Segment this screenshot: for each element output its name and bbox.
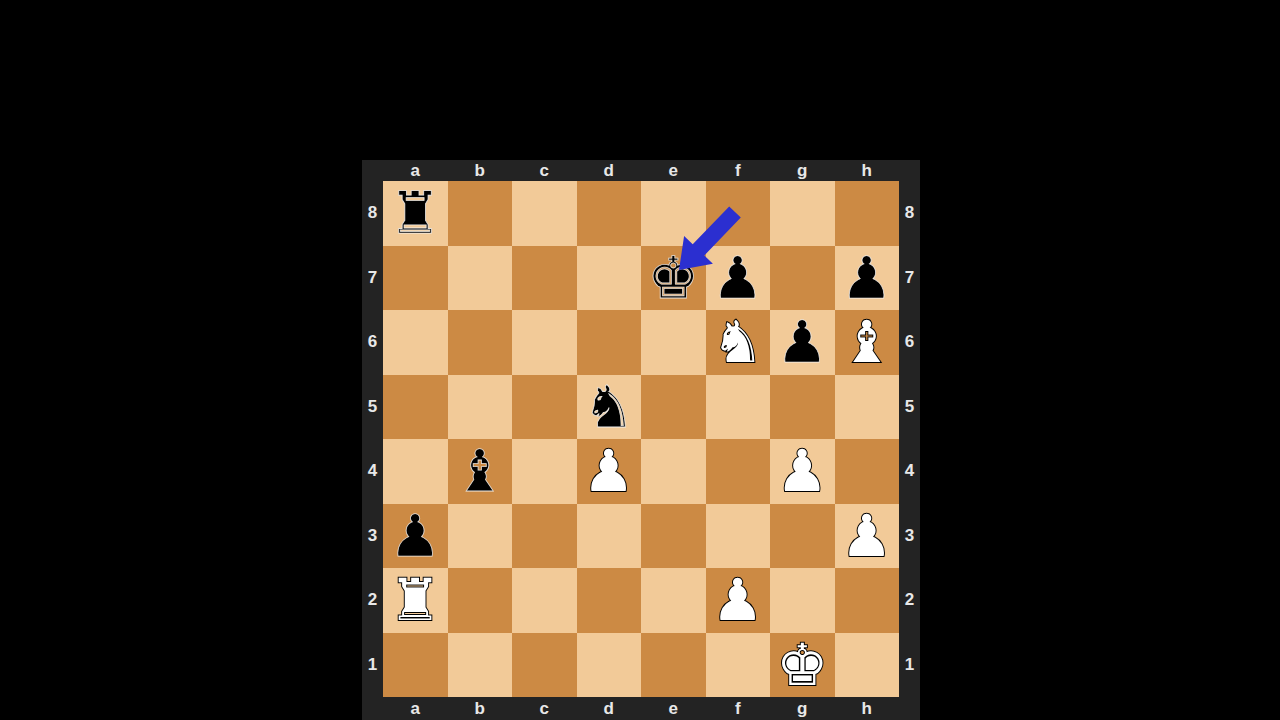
square-e8[interactable] <box>641 181 706 246</box>
rank-label-7: 7 <box>899 246 920 311</box>
rank-labels-left: 87654321 <box>362 181 383 697</box>
square-g6[interactable]: ♟ <box>770 310 835 375</box>
file-label-b: b <box>448 160 513 181</box>
square-h5[interactable] <box>835 375 900 440</box>
black-rook-a8: ♜ <box>389 181 441 245</box>
square-h1[interactable] <box>835 633 900 698</box>
square-e4[interactable] <box>641 439 706 504</box>
square-d3[interactable] <box>577 504 642 569</box>
square-a4[interactable] <box>383 439 448 504</box>
square-f4[interactable] <box>706 439 771 504</box>
square-d6[interactable] <box>577 310 642 375</box>
square-e7[interactable]: ♚ <box>641 246 706 311</box>
file-label-f: f <box>706 160 771 181</box>
square-c6[interactable] <box>512 310 577 375</box>
rank-label-3: 3 <box>899 504 920 569</box>
chessboard-frame: abcdefgh abcdefgh 87654321 87654321 ♜♚♟♟… <box>362 160 920 720</box>
square-d1[interactable] <box>577 633 642 698</box>
rank-label-8: 8 <box>362 181 383 246</box>
square-f7[interactable]: ♟ <box>706 246 771 311</box>
file-label-h: h <box>835 697 900 720</box>
black-king-e7: ♚ <box>647 246 699 310</box>
square-b1[interactable] <box>448 633 513 698</box>
rank-labels-right: 87654321 <box>899 181 920 697</box>
square-g5[interactable] <box>770 375 835 440</box>
square-e1[interactable] <box>641 633 706 698</box>
square-b2[interactable] <box>448 568 513 633</box>
file-label-d: d <box>577 160 642 181</box>
square-b8[interactable] <box>448 181 513 246</box>
rank-label-8: 8 <box>899 181 920 246</box>
square-b6[interactable] <box>448 310 513 375</box>
square-f5[interactable] <box>706 375 771 440</box>
rank-label-4: 4 <box>362 439 383 504</box>
square-e5[interactable] <box>641 375 706 440</box>
square-h8[interactable] <box>835 181 900 246</box>
black-pawn-h7: ♟ <box>841 246 893 310</box>
rank-label-7: 7 <box>362 246 383 311</box>
rank-label-1: 1 <box>362 633 383 698</box>
rank-label-2: 2 <box>899 568 920 633</box>
square-d5[interactable]: ♞ <box>577 375 642 440</box>
square-c8[interactable] <box>512 181 577 246</box>
square-g2[interactable] <box>770 568 835 633</box>
square-f2[interactable]: ♟ <box>706 568 771 633</box>
file-label-c: c <box>512 697 577 720</box>
rank-label-6: 6 <box>899 310 920 375</box>
white-pawn-g4: ♟ <box>776 439 828 503</box>
square-a2[interactable]: ♜ <box>383 568 448 633</box>
square-b7[interactable] <box>448 246 513 311</box>
square-b4[interactable]: ♝ <box>448 439 513 504</box>
square-b5[interactable] <box>448 375 513 440</box>
square-c2[interactable] <box>512 568 577 633</box>
rank-label-2: 2 <box>362 568 383 633</box>
rank-label-1: 1 <box>899 633 920 698</box>
file-label-f: f <box>706 697 771 720</box>
square-d4[interactable]: ♟ <box>577 439 642 504</box>
rank-label-4: 4 <box>899 439 920 504</box>
square-h6[interactable]: ♝ <box>835 310 900 375</box>
white-pawn-d4: ♟ <box>583 439 635 503</box>
black-bishop-b4: ♝ <box>454 439 506 503</box>
square-e2[interactable] <box>641 568 706 633</box>
square-g7[interactable] <box>770 246 835 311</box>
square-f8[interactable] <box>706 181 771 246</box>
square-a5[interactable] <box>383 375 448 440</box>
square-f3[interactable] <box>706 504 771 569</box>
white-pawn-h3: ♟ <box>841 504 893 568</box>
square-f6[interactable]: ♞ <box>706 310 771 375</box>
file-labels-top: abcdefgh <box>383 160 899 181</box>
square-d8[interactable] <box>577 181 642 246</box>
square-a8[interactable]: ♜ <box>383 181 448 246</box>
square-a6[interactable] <box>383 310 448 375</box>
board: ♜♚♟♟♞♟♝♞♝♟♟♟♟♜♟♚ <box>383 181 899 697</box>
white-knight-f6: ♞ <box>712 310 764 374</box>
square-c5[interactable] <box>512 375 577 440</box>
black-pawn-a3: ♟ <box>389 504 441 568</box>
square-c3[interactable] <box>512 504 577 569</box>
white-rook-a2: ♜ <box>389 568 441 632</box>
rank-label-5: 5 <box>362 375 383 440</box>
square-e3[interactable] <box>641 504 706 569</box>
file-label-h: h <box>835 160 900 181</box>
file-label-c: c <box>512 160 577 181</box>
rank-label-6: 6 <box>362 310 383 375</box>
square-h3[interactable]: ♟ <box>835 504 900 569</box>
file-label-b: b <box>448 697 513 720</box>
file-labels-bottom: abcdefgh <box>383 697 899 720</box>
square-c1[interactable] <box>512 633 577 698</box>
square-e6[interactable] <box>641 310 706 375</box>
rank-label-5: 5 <box>899 375 920 440</box>
square-h2[interactable] <box>835 568 900 633</box>
square-g1[interactable]: ♚ <box>770 633 835 698</box>
rank-label-3: 3 <box>362 504 383 569</box>
file-label-a: a <box>383 160 448 181</box>
square-g3[interactable] <box>770 504 835 569</box>
white-bishop-h6: ♝ <box>841 310 893 374</box>
square-a7[interactable] <box>383 246 448 311</box>
black-pawn-f7: ♟ <box>712 246 764 310</box>
square-b3[interactable] <box>448 504 513 569</box>
file-label-e: e <box>641 697 706 720</box>
square-a3[interactable]: ♟ <box>383 504 448 569</box>
black-pawn-g6: ♟ <box>776 310 828 374</box>
square-g4[interactable]: ♟ <box>770 439 835 504</box>
file-label-e: e <box>641 160 706 181</box>
square-f1[interactable] <box>706 633 771 698</box>
square-c7[interactable] <box>512 246 577 311</box>
square-c4[interactable] <box>512 439 577 504</box>
white-king-g1: ♚ <box>776 633 828 697</box>
square-h4[interactable] <box>835 439 900 504</box>
square-h7[interactable]: ♟ <box>835 246 900 311</box>
square-a1[interactable] <box>383 633 448 698</box>
video-frame: abcdefgh abcdefgh 87654321 87654321 ♜♚♟♟… <box>0 0 1280 720</box>
black-knight-d5: ♞ <box>583 375 635 439</box>
square-d2[interactable] <box>577 568 642 633</box>
file-label-g: g <box>770 160 835 181</box>
white-pawn-f2: ♟ <box>712 568 764 632</box>
square-d7[interactable] <box>577 246 642 311</box>
square-g8[interactable] <box>770 181 835 246</box>
file-label-g: g <box>770 697 835 720</box>
file-label-a: a <box>383 697 448 720</box>
file-label-d: d <box>577 697 642 720</box>
